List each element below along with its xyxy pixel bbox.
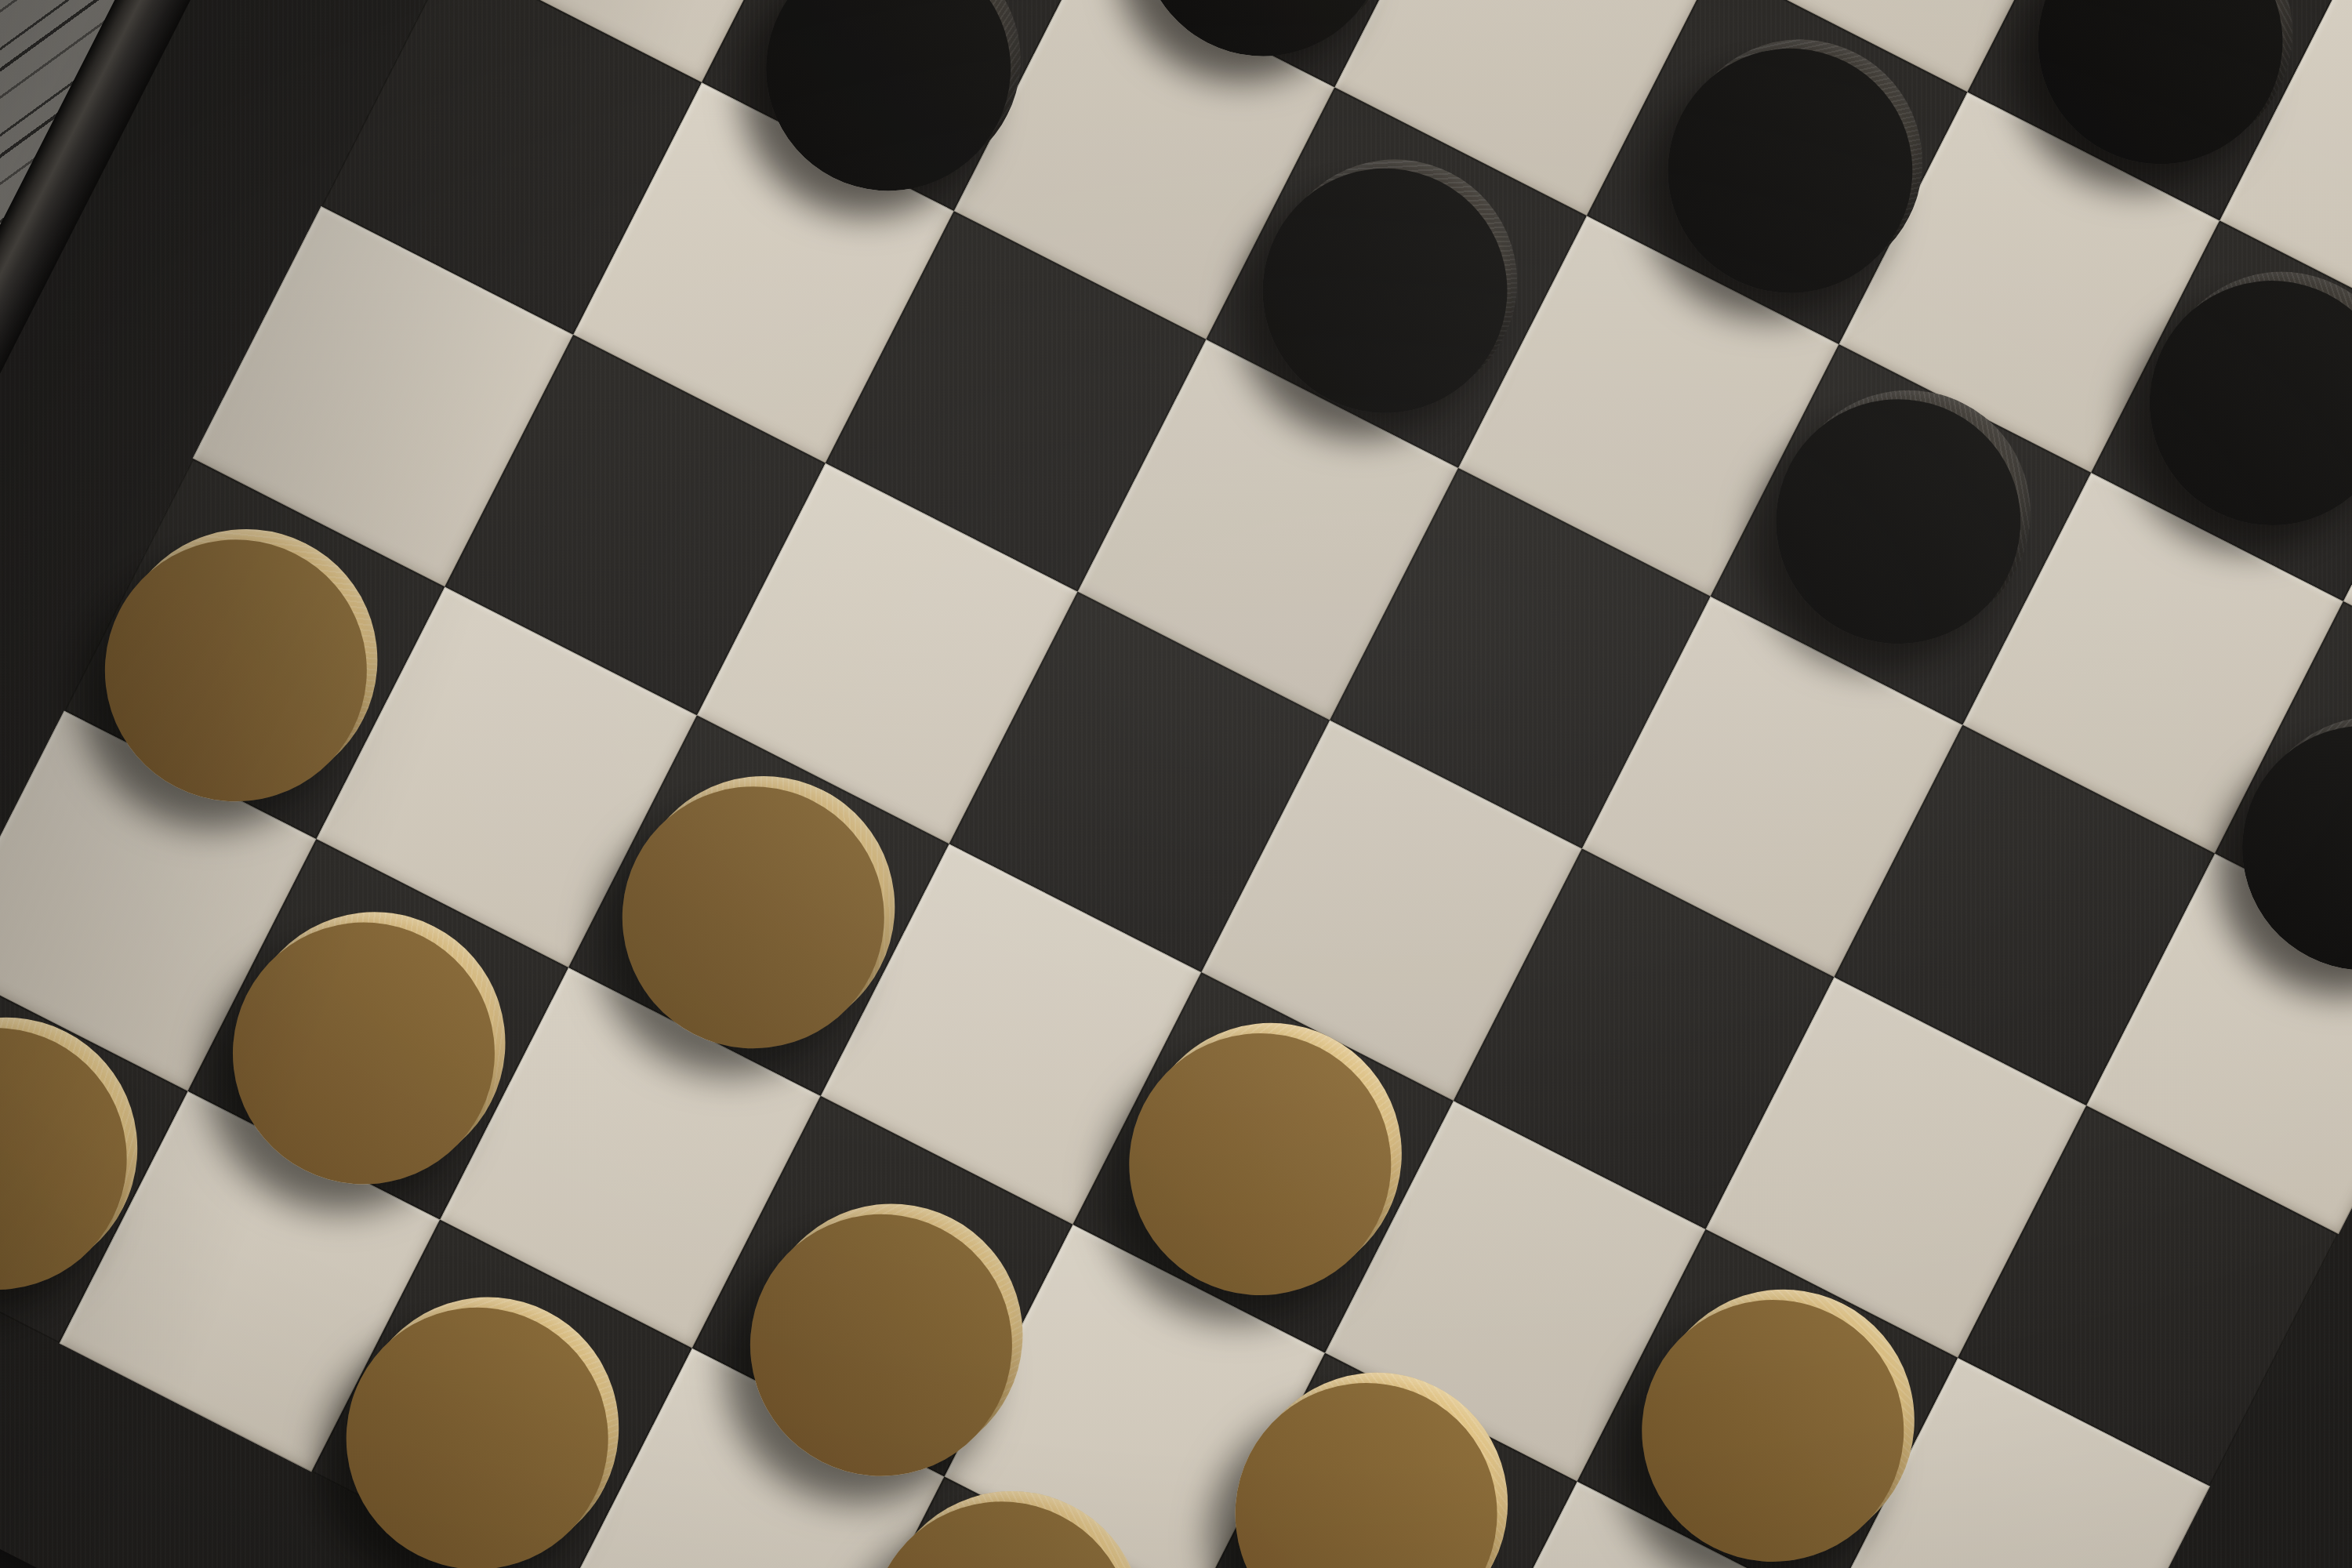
scene: ⛂⛂⛂⛂⛂⛂⛂⛂⛀⛀⛀⛀⛀⛀⛀⛀⛀⛀ — [0, 0, 2352, 1568]
checkers-board[interactable]: ⛂⛂⛂⛂⛂⛂⛂⛂⛀⛀⛀⛀⛀⛀⛀⛀⛀⛀ — [0, 0, 2352, 1568]
board-frame: ⛂⛂⛂⛂⛂⛂⛂⛂⛀⛀⛀⛀⛀⛀⛀⛀⛀⛀ — [0, 0, 2352, 1568]
